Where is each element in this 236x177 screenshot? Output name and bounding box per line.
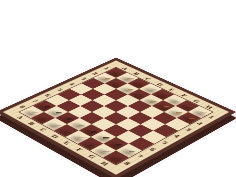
square-d2: ♟: [128, 89, 151, 100]
chess-set-photo: ABCDEFGH ABCDEFGH 12345678 12345678 ♜♞♝▲…: [0, 0, 236, 177]
square-h3: [165, 118, 190, 131]
finial-tip: ▲: [160, 62, 164, 68]
square-c3: [104, 89, 127, 100]
board-border: ABCDEFGH ABCDEFGH 12345678 12345678 ♜♞♝▲…: [3, 60, 229, 174]
square-d4: [104, 100, 128, 112]
square-b4: [81, 89, 104, 100]
board-grid: ♜♞♝▲♛▲♚♝♞♜♟♟♟♟♟♟♟♟♟♟♟♟♟♟♟♟♜♞♝▲♛▲♚♝♞♜: [20, 68, 212, 165]
finial-tip: ▲: [148, 60, 152, 66]
piece-shadow: [31, 102, 55, 114]
chess-board: ABCDEFGH ABCDEFGH 12345678 12345678 ♜♞♝▲…: [0, 58, 236, 177]
